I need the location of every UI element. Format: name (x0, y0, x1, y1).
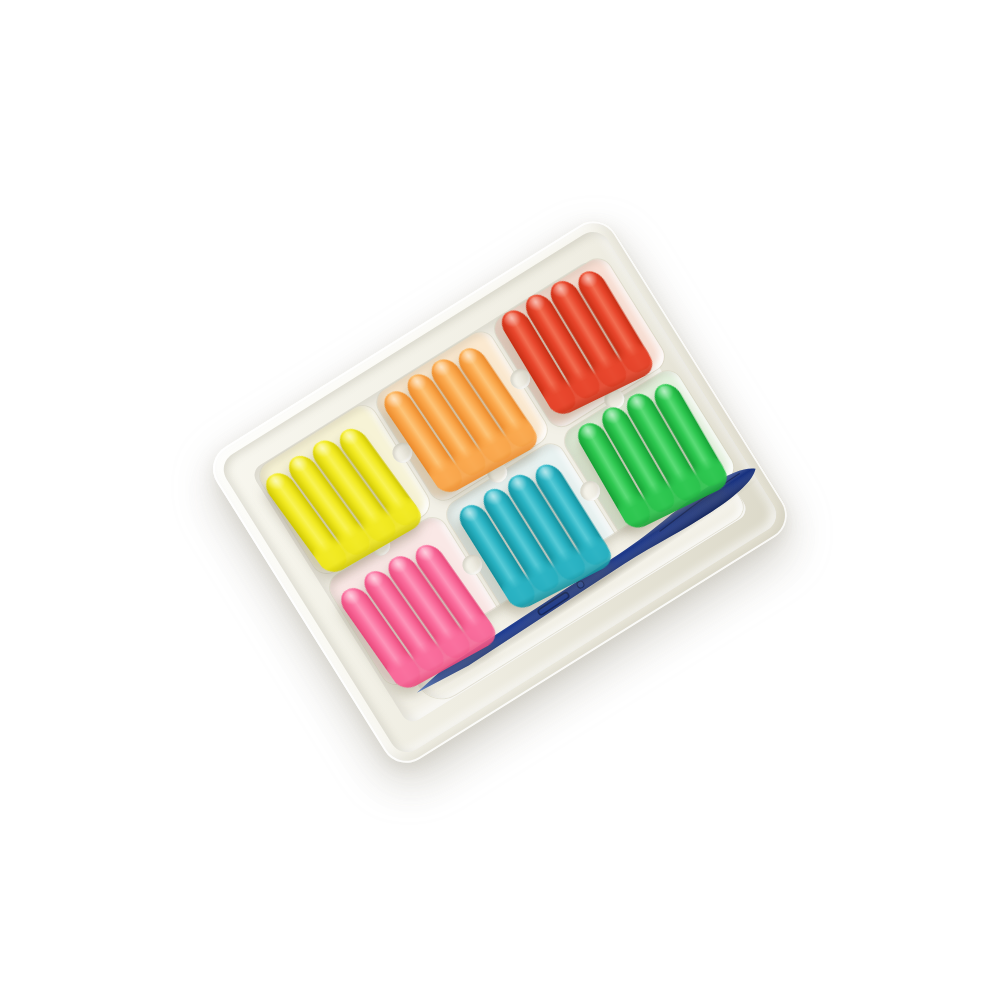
tray-floor (250, 258, 750, 725)
tray-wall (217, 225, 783, 759)
clay-tray (203, 211, 797, 772)
tray-outer-flange (203, 211, 797, 772)
product-photo (0, 0, 1000, 1000)
tray-drop-shadow (0, 0, 1000, 1000)
